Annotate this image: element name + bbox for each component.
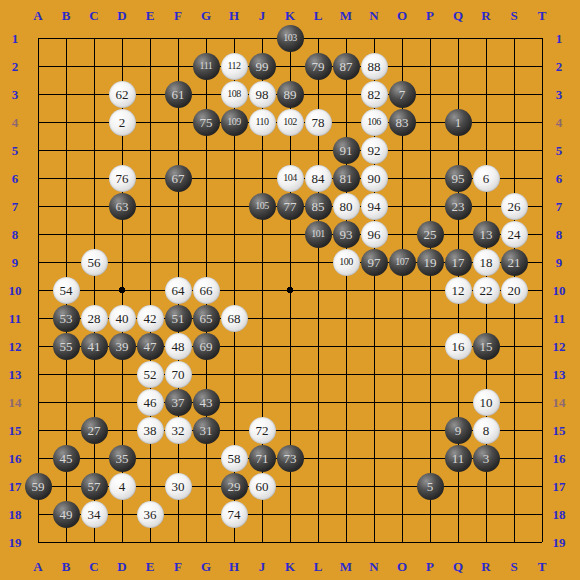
row-label-left-5: 5 (12, 144, 19, 157)
stone-white-100: 100 (333, 249, 360, 276)
row-label-right-17: 17 (553, 480, 566, 493)
stone-white-30: 30 (165, 473, 192, 500)
col-label-top-R: R (481, 9, 490, 22)
stone-white-38: 38 (137, 417, 164, 444)
col-label-bottom-D: D (117, 560, 126, 573)
row-label-right-2: 2 (556, 60, 563, 73)
col-label-bottom-Q: Q (453, 560, 463, 573)
stone-black-53: 53 (53, 305, 80, 332)
col-label-top-B: B (62, 9, 71, 22)
stone-white-4: 4 (109, 473, 136, 500)
stone-white-82: 82 (361, 81, 388, 108)
col-label-top-F: F (174, 9, 182, 22)
col-label-top-L: L (314, 9, 323, 22)
row-label-right-8: 8 (556, 228, 563, 241)
row-label-right-16: 16 (553, 452, 566, 465)
stone-white-52: 52 (137, 361, 164, 388)
stone-black-71: 71 (249, 445, 276, 472)
stone-black-87: 87 (333, 53, 360, 80)
stone-white-28: 28 (81, 305, 108, 332)
stone-black-3: 3 (473, 445, 500, 472)
stone-black-59: 59 (25, 473, 52, 500)
stone-white-68: 68 (221, 305, 248, 332)
stone-white-20: 20 (501, 277, 528, 304)
col-label-bottom-L: L (314, 560, 323, 573)
stone-white-74: 74 (221, 501, 248, 528)
stone-black-21: 21 (501, 249, 528, 276)
col-label-top-M: M (340, 9, 352, 22)
row-label-left-3: 3 (12, 88, 19, 101)
col-label-bottom-K: K (285, 560, 295, 573)
row-label-right-18: 18 (553, 508, 566, 521)
stone-white-16: 16 (445, 333, 472, 360)
stone-white-60: 60 (249, 473, 276, 500)
row-label-left-7: 7 (12, 200, 19, 213)
row-label-right-15: 15 (553, 424, 566, 437)
stone-black-57: 57 (81, 473, 108, 500)
stone-white-8: 8 (473, 417, 500, 444)
stone-white-98: 98 (249, 81, 276, 108)
stone-black-35: 35 (109, 445, 136, 472)
stone-white-54: 54 (53, 277, 80, 304)
col-label-bottom-E: E (146, 560, 155, 573)
stone-black-9: 9 (445, 417, 472, 444)
stone-black-41: 41 (81, 333, 108, 360)
stone-black-101: 101 (305, 221, 332, 248)
stone-black-55: 55 (53, 333, 80, 360)
stone-white-66: 66 (193, 277, 220, 304)
stone-black-103: 103 (277, 25, 304, 52)
col-label-bottom-B: B (62, 560, 71, 573)
row-label-left-6: 6 (12, 172, 19, 185)
row-label-right-14: 14 (553, 396, 566, 409)
col-label-top-H: H (229, 9, 239, 22)
row-label-right-19: 19 (553, 536, 566, 549)
stone-white-72: 72 (249, 417, 276, 444)
col-label-top-T: T (538, 9, 547, 22)
row-label-right-13: 13 (553, 368, 566, 381)
row-label-left-10: 10 (9, 284, 22, 297)
col-label-bottom-P: P (426, 560, 434, 573)
stone-black-99: 99 (249, 53, 276, 80)
stone-black-105: 105 (249, 193, 276, 220)
row-label-right-3: 3 (556, 88, 563, 101)
stone-white-58: 58 (221, 445, 248, 472)
stone-black-89: 89 (277, 81, 304, 108)
stone-white-12: 12 (445, 277, 472, 304)
stone-black-1: 1 (445, 109, 472, 136)
stone-white-78: 78 (305, 109, 332, 136)
row-label-left-17: 17 (9, 480, 22, 493)
stone-black-51: 51 (165, 305, 192, 332)
stone-white-64: 64 (165, 277, 192, 304)
col-label-bottom-A: A (33, 560, 42, 573)
col-label-top-P: P (426, 9, 434, 22)
stone-black-85: 85 (305, 193, 332, 220)
stone-white-92: 92 (361, 137, 388, 164)
stone-black-31: 31 (193, 417, 220, 444)
stone-black-77: 77 (277, 193, 304, 220)
stone-white-110: 110 (249, 109, 276, 136)
stone-black-93: 93 (333, 221, 360, 248)
stone-black-109: 109 (221, 109, 248, 136)
stone-black-91: 91 (333, 137, 360, 164)
col-label-bottom-F: F (174, 560, 182, 573)
row-label-left-15: 15 (9, 424, 22, 437)
stone-white-32: 32 (165, 417, 192, 444)
row-label-right-5: 5 (556, 144, 563, 157)
stone-black-39: 39 (109, 333, 136, 360)
stone-black-15: 15 (473, 333, 500, 360)
stone-white-10: 10 (473, 389, 500, 416)
stone-black-61: 61 (165, 81, 192, 108)
stone-black-29: 29 (221, 473, 248, 500)
row-label-left-13: 13 (9, 368, 22, 381)
col-label-bottom-C: C (89, 560, 98, 573)
stone-white-6: 6 (473, 165, 500, 192)
row-label-right-10: 10 (553, 284, 566, 297)
row-label-left-16: 16 (9, 452, 22, 465)
col-label-bottom-O: O (397, 560, 407, 573)
stone-white-46: 46 (137, 389, 164, 416)
col-label-bottom-M: M (340, 560, 352, 573)
go-board[interactable]: AABBCCDDEEFFGGHHJJKKLLMMNNOOPPQQRRSSTT11… (0, 0, 580, 580)
row-label-left-19: 19 (9, 536, 22, 549)
stone-white-42: 42 (137, 305, 164, 332)
stone-white-2: 2 (109, 109, 136, 136)
stone-black-107: 107 (389, 249, 416, 276)
stone-white-84: 84 (305, 165, 332, 192)
col-label-top-J: J (259, 9, 266, 22)
col-label-top-A: A (33, 9, 42, 22)
col-label-top-G: G (201, 9, 211, 22)
col-label-bottom-R: R (481, 560, 490, 573)
stone-white-96: 96 (361, 221, 388, 248)
stone-black-67: 67 (165, 165, 192, 192)
stone-white-90: 90 (361, 165, 388, 192)
stone-white-112: 112 (221, 53, 248, 80)
stone-black-63: 63 (109, 193, 136, 220)
stone-white-106: 106 (361, 109, 388, 136)
stone-black-11: 11 (445, 445, 472, 472)
col-label-bottom-S: S (510, 560, 517, 573)
stone-black-79: 79 (305, 53, 332, 80)
stone-black-23: 23 (445, 193, 472, 220)
col-label-top-C: C (89, 9, 98, 22)
stone-black-27: 27 (81, 417, 108, 444)
stone-black-95: 95 (445, 165, 472, 192)
row-label-left-18: 18 (9, 508, 22, 521)
stone-black-111: 111 (193, 53, 220, 80)
stone-white-22: 22 (473, 277, 500, 304)
col-label-top-E: E (146, 9, 155, 22)
row-label-right-9: 9 (556, 256, 563, 269)
row-label-right-4: 4 (556, 116, 563, 129)
col-label-bottom-H: H (229, 560, 239, 573)
stone-white-48: 48 (165, 333, 192, 360)
row-label-left-8: 8 (12, 228, 19, 241)
row-label-left-4: 4 (12, 116, 19, 129)
row-label-right-6: 6 (556, 172, 563, 185)
stone-white-40: 40 (109, 305, 136, 332)
col-label-bottom-J: J (259, 560, 266, 573)
stone-white-34: 34 (81, 501, 108, 528)
stone-black-5: 5 (417, 473, 444, 500)
col-label-top-D: D (117, 9, 126, 22)
stone-white-24: 24 (501, 221, 528, 248)
stone-black-81: 81 (333, 165, 360, 192)
stone-white-102: 102 (277, 109, 304, 136)
stone-black-25: 25 (417, 221, 444, 248)
stone-black-19: 19 (417, 249, 444, 276)
row-label-left-9: 9 (12, 256, 19, 269)
stone-white-76: 76 (109, 165, 136, 192)
row-label-left-12: 12 (9, 340, 22, 353)
stone-black-13: 13 (473, 221, 500, 248)
col-label-bottom-T: T (538, 560, 547, 573)
stone-black-47: 47 (137, 333, 164, 360)
row-label-right-12: 12 (553, 340, 566, 353)
stone-white-62: 62 (109, 81, 136, 108)
col-label-top-O: O (397, 9, 407, 22)
stone-black-73: 73 (277, 445, 304, 472)
stone-black-69: 69 (193, 333, 220, 360)
stone-black-45: 45 (53, 445, 80, 472)
stone-white-36: 36 (137, 501, 164, 528)
stone-black-43: 43 (193, 389, 220, 416)
stone-black-37: 37 (165, 389, 192, 416)
stone-white-70: 70 (165, 361, 192, 388)
stone-white-88: 88 (361, 53, 388, 80)
stone-white-94: 94 (361, 193, 388, 220)
col-label-top-K: K (285, 9, 295, 22)
col-label-top-N: N (369, 9, 378, 22)
row-label-left-1: 1 (12, 32, 19, 45)
stone-black-49: 49 (53, 501, 80, 528)
stone-white-80: 80 (333, 193, 360, 220)
row-label-left-14: 14 (9, 396, 22, 409)
row-label-right-1: 1 (556, 32, 563, 45)
row-label-left-11: 11 (9, 312, 21, 325)
row-label-left-2: 2 (12, 60, 19, 73)
stone-white-104: 104 (277, 165, 304, 192)
stone-white-56: 56 (81, 249, 108, 276)
stone-black-97: 97 (361, 249, 388, 276)
stone-black-75: 75 (193, 109, 220, 136)
stone-black-17: 17 (445, 249, 472, 276)
col-label-top-Q: Q (453, 9, 463, 22)
col-label-bottom-N: N (369, 560, 378, 573)
stone-white-18: 18 (473, 249, 500, 276)
row-label-right-11: 11 (553, 312, 565, 325)
row-label-right-7: 7 (556, 200, 563, 213)
col-label-bottom-G: G (201, 560, 211, 573)
stone-black-83: 83 (389, 109, 416, 136)
stone-black-65: 65 (193, 305, 220, 332)
stone-white-26: 26 (501, 193, 528, 220)
stone-white-108: 108 (221, 81, 248, 108)
stone-black-7: 7 (389, 81, 416, 108)
col-label-top-S: S (510, 9, 517, 22)
